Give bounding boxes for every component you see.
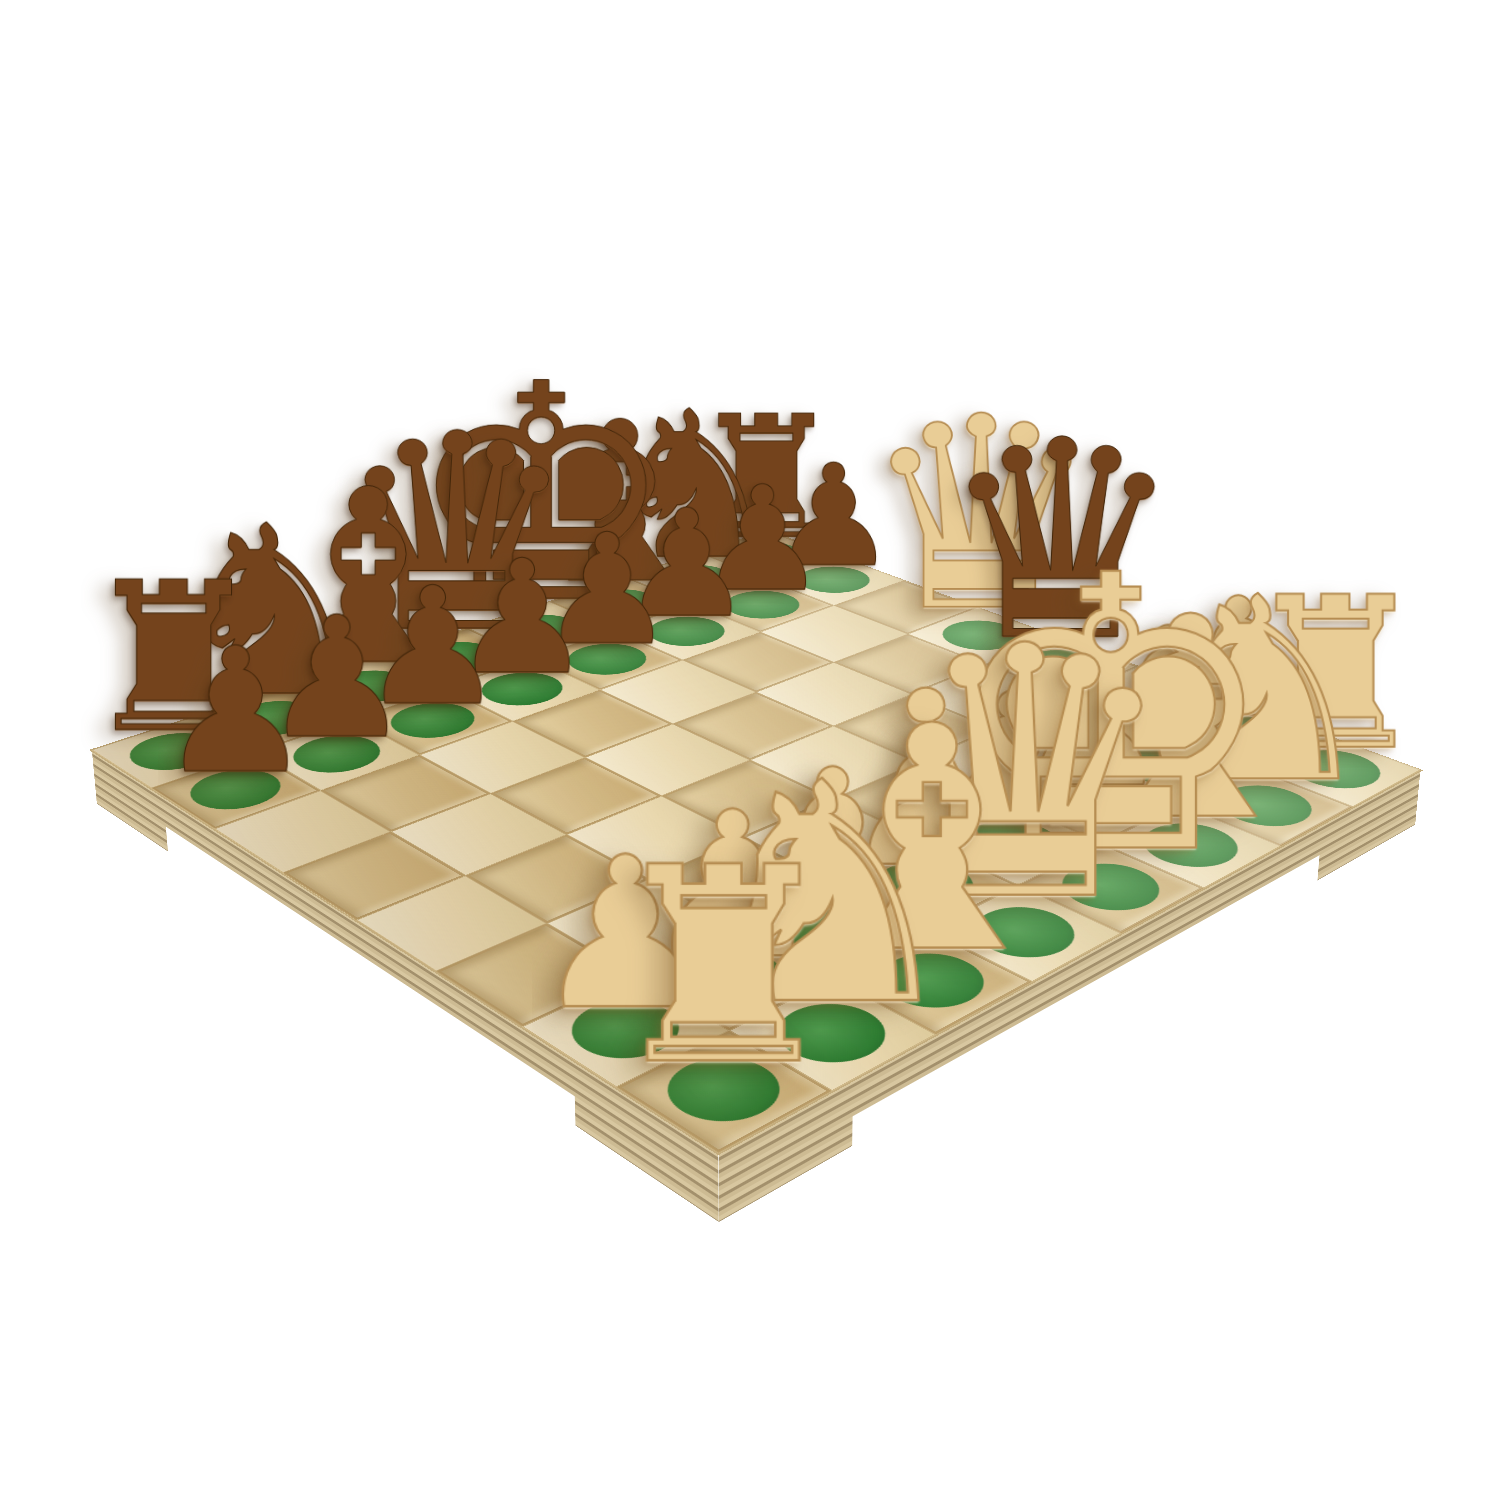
board-perspective-wrap: ♜♞♝♛♚♝♞♜♟♟♟♟♟♟♟♟♛♛♟♟♟♟♟♟♟♟♜♞♝♛♚♝♞♜ bbox=[0, 0, 1500, 1500]
chess-board: ♜♞♝♛♚♝♞♜♟♟♟♟♟♟♟♟♛♛♟♟♟♟♟♟♟♟♜♞♝♛♚♝♞♜ bbox=[92, 531, 1421, 1153]
chess-board-3d: ♜♞♝♛♚♝♞♜♟♟♟♟♟♟♟♟♛♛♟♟♟♟♟♟♟♟♜♞♝♛♚♝♞♜ bbox=[92, 531, 1421, 1153]
chess-product-photo: Wooden Staunton chess pieces (boxwood vs… bbox=[0, 0, 1500, 1500]
black-pawn-icon: ♟ bbox=[158, 625, 313, 797]
white-rook-icon: ♜ bbox=[602, 832, 844, 1102]
